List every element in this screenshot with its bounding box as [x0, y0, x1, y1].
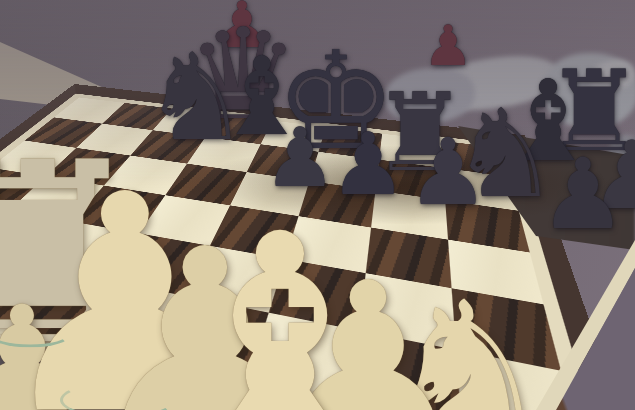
black-pawn[interactable]: ♟: [423, 18, 473, 74]
chess-photo-scene: ♜♟♟♟♝♟♞♞♛♟♝♟♚♟♟♜♟♞♝♜♟♟: [0, 0, 635, 410]
black-pawn[interactable]: ♟: [539, 145, 627, 243]
white-bishop[interactable]: ♝: [146, 196, 415, 410]
black-pawn[interactable]: ♟: [407, 127, 489, 219]
